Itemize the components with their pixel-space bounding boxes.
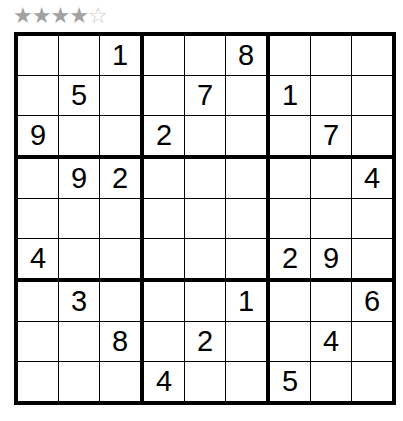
cell-r9c4[interactable]: 4 (144, 362, 185, 401)
cell-r9c9[interactable] (352, 362, 392, 401)
cell-r6c8[interactable]: 9 (311, 239, 352, 282)
cell-r8c4[interactable] (144, 322, 185, 362)
cell-r6c2[interactable] (59, 239, 100, 282)
cell-r8c5[interactable]: 2 (185, 322, 226, 362)
cell-r1c5[interactable] (185, 36, 226, 76)
cell-r3c1[interactable]: 9 (18, 116, 59, 159)
cell-r4c6[interactable] (226, 159, 270, 199)
cell-r7c1[interactable] (18, 282, 59, 322)
cell-r5c3[interactable] (100, 199, 144, 239)
cell-r6c5[interactable] (185, 239, 226, 282)
cell-r9c2[interactable] (59, 362, 100, 401)
cell-r2c8[interactable] (311, 76, 352, 116)
cell-r1c4[interactable] (144, 36, 185, 76)
cell-r1c2[interactable] (59, 36, 100, 76)
cell-r9c1[interactable] (18, 362, 59, 401)
star-filled-icon: ★ (13, 4, 32, 28)
cell-r8c1[interactable] (18, 322, 59, 362)
cell-r7c2[interactable]: 3 (59, 282, 100, 322)
cell-r4c1[interactable] (18, 159, 59, 199)
cell-r4c5[interactable] (185, 159, 226, 199)
cell-r5c9[interactable] (352, 199, 392, 239)
cell-r2c1[interactable] (18, 76, 59, 116)
cell-r3c4[interactable]: 2 (144, 116, 185, 159)
cell-r4c3[interactable]: 2 (100, 159, 144, 199)
cell-r7c3[interactable] (100, 282, 144, 322)
star-filled-icon: ★ (50, 4, 69, 28)
star-empty-icon: ☆ (88, 4, 107, 28)
cell-r1c6[interactable]: 8 (226, 36, 270, 76)
cell-r6c3[interactable] (100, 239, 144, 282)
cell-r9c5[interactable] (185, 362, 226, 401)
cell-r7c6[interactable]: 1 (226, 282, 270, 322)
cell-r3c5[interactable] (185, 116, 226, 159)
cell-r2c2[interactable]: 5 (59, 76, 100, 116)
cell-r5c4[interactable] (144, 199, 185, 239)
cell-r4c7[interactable] (270, 159, 311, 199)
sudoku-board: 1857192792442931682445 (14, 32, 396, 405)
cell-r9c7[interactable]: 5 (270, 362, 311, 401)
cell-r4c8[interactable] (311, 159, 352, 199)
cell-r9c6[interactable] (226, 362, 270, 401)
cell-r2c7[interactable]: 1 (270, 76, 311, 116)
cell-r8c3[interactable]: 8 (100, 322, 144, 362)
cell-r1c7[interactable] (270, 36, 311, 76)
cell-r8c6[interactable] (226, 322, 270, 362)
cell-r1c3[interactable]: 1 (100, 36, 144, 76)
cell-r9c8[interactable] (311, 362, 352, 401)
cell-r3c7[interactable] (270, 116, 311, 159)
cell-r2c3[interactable] (100, 76, 144, 116)
cell-r6c4[interactable] (144, 239, 185, 282)
cell-r6c7[interactable]: 2 (270, 239, 311, 282)
cell-r1c9[interactable] (352, 36, 392, 76)
star-filled-icon: ★ (32, 4, 51, 28)
cell-r1c1[interactable] (18, 36, 59, 76)
cell-r6c6[interactable] (226, 239, 270, 282)
cell-r7c5[interactable] (185, 282, 226, 322)
cell-r8c7[interactable] (270, 322, 311, 362)
cell-r5c8[interactable] (311, 199, 352, 239)
cell-r7c7[interactable] (270, 282, 311, 322)
cell-r6c9[interactable] (352, 239, 392, 282)
cell-r6c1[interactable]: 4 (18, 239, 59, 282)
cell-r2c4[interactable] (144, 76, 185, 116)
difficulty-rating: ★★★★☆ (13, 4, 107, 28)
cell-r8c8[interactable]: 4 (311, 322, 352, 362)
cell-r3c9[interactable] (352, 116, 392, 159)
cell-r4c4[interactable] (144, 159, 185, 199)
cell-r7c4[interactable] (144, 282, 185, 322)
cell-r3c3[interactable] (100, 116, 144, 159)
cell-r2c9[interactable] (352, 76, 392, 116)
cell-r3c6[interactable] (226, 116, 270, 159)
cell-r3c2[interactable] (59, 116, 100, 159)
cell-r2c6[interactable] (226, 76, 270, 116)
cell-r4c2[interactable]: 9 (59, 159, 100, 199)
cell-r5c1[interactable] (18, 199, 59, 239)
cell-r3c8[interactable]: 7 (311, 116, 352, 159)
cell-r9c3[interactable] (100, 362, 144, 401)
cell-r8c9[interactable] (352, 322, 392, 362)
cell-r7c8[interactable] (311, 282, 352, 322)
cell-r1c8[interactable] (311, 36, 352, 76)
cell-r2c5[interactable]: 7 (185, 76, 226, 116)
cell-r5c2[interactable] (59, 199, 100, 239)
cell-r8c2[interactable] (59, 322, 100, 362)
cell-r5c6[interactable] (226, 199, 270, 239)
cell-r7c9[interactable]: 6 (352, 282, 392, 322)
cell-r5c7[interactable] (270, 199, 311, 239)
star-filled-icon: ★ (69, 4, 88, 28)
cell-r4c9[interactable]: 4 (352, 159, 392, 199)
cell-r5c5[interactable] (185, 199, 226, 239)
